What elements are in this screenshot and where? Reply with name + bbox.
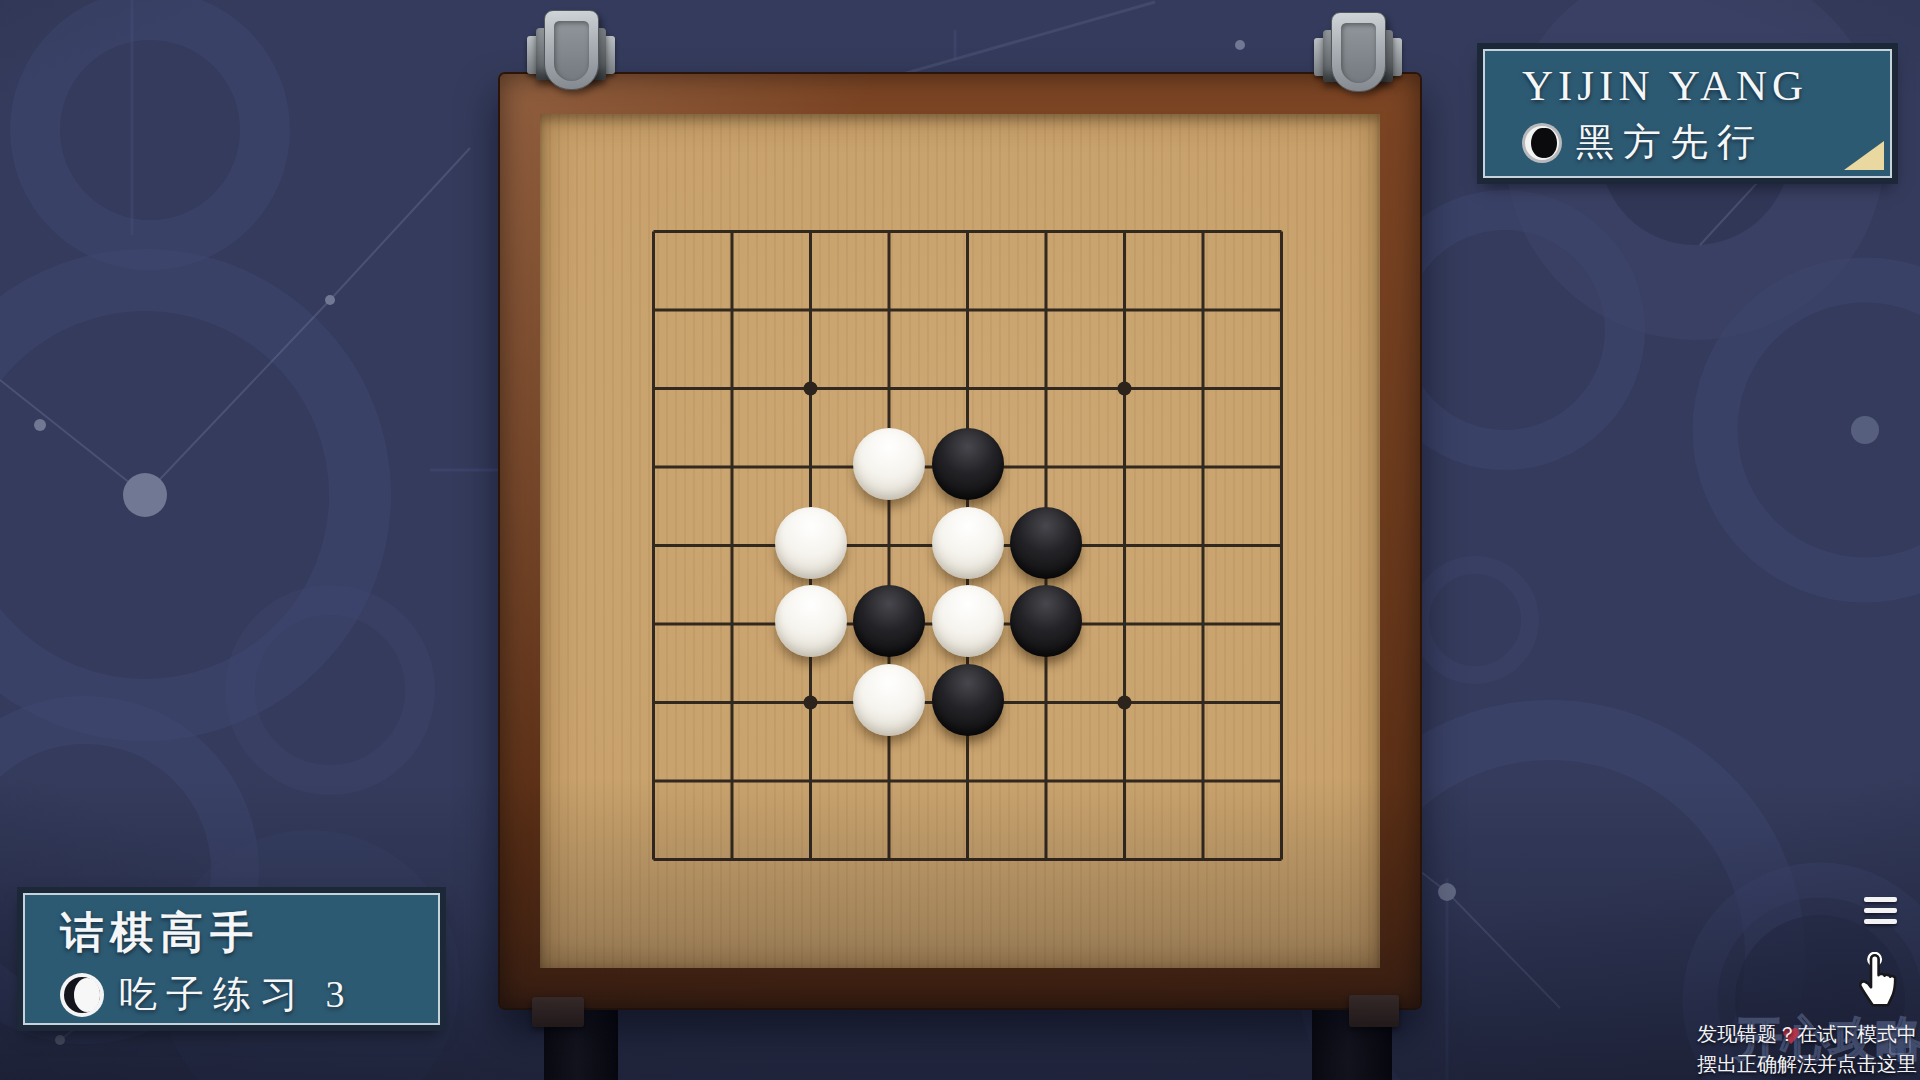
puzzle-subtitle: 吃子练习 3 bbox=[119, 969, 354, 1020]
player-name: YIJIN YANG bbox=[1522, 61, 1874, 110]
black-stone bbox=[932, 428, 1004, 500]
black-stone bbox=[853, 585, 925, 657]
easel-foot-right bbox=[1349, 995, 1399, 1027]
error-report-link[interactable]: 摆出正确解法并点击这里 bbox=[1697, 1049, 1917, 1080]
board-play-area[interactable] bbox=[540, 114, 1380, 968]
black-stone bbox=[1010, 507, 1082, 579]
board-clamp-right bbox=[1314, 12, 1402, 94]
white-stone-icon bbox=[60, 973, 104, 1017]
hamburger-menu-icon[interactable] bbox=[1864, 897, 1897, 930]
white-stone bbox=[932, 585, 1004, 657]
black-stone bbox=[1010, 585, 1082, 657]
stones-layer bbox=[652, 230, 1280, 858]
board-clamp-left bbox=[527, 10, 615, 92]
hand-pointer-cursor-icon bbox=[1856, 952, 1902, 1008]
puzzle-title: 诘棋高手 bbox=[60, 904, 422, 962]
error-report-line1: 发现错题？在试下模式中 bbox=[1697, 1019, 1909, 1049]
corner-triangle-icon bbox=[1844, 141, 1884, 170]
black-stone bbox=[932, 664, 1004, 736]
white-stone bbox=[853, 664, 925, 736]
puzzle-panel: 诘棋高手 吃子练习 3 bbox=[23, 893, 440, 1025]
white-stone bbox=[853, 428, 925, 500]
white-stone bbox=[932, 507, 1004, 579]
easel-foot-left bbox=[532, 997, 584, 1027]
board-frame bbox=[498, 72, 1422, 1010]
white-stone bbox=[775, 507, 847, 579]
black-stone-icon bbox=[1522, 123, 1562, 163]
turn-label: 黑方先行 bbox=[1576, 117, 1764, 168]
player-panel: YIJIN YANG 黑方先行 bbox=[1483, 49, 1892, 178]
white-stone bbox=[775, 585, 847, 657]
error-report-note: 发现错题？在试下模式中 摆出正确解法并点击这里 bbox=[1697, 1019, 1909, 1080]
game-scene: YIJIN YANG 黑方先行 诘棋高手 吃子练习 3 开心攻略 ♥ 发现错题？… bbox=[0, 0, 1920, 1080]
